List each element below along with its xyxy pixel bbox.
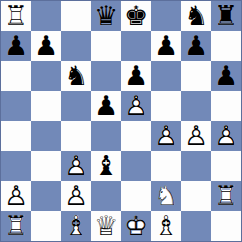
black-knight-glyph: ♞ [61,61,91,91]
piece-black-pawn[interactable]: ♟ [211,61,241,91]
square-h2[interactable]: ♜♖ [211,181,241,211]
square-d1[interactable]: ♛♕ [91,211,121,241]
square-b3[interactable] [31,151,61,181]
piece-white-pawn[interactable]: ♟♙ [181,121,211,151]
square-g8[interactable]: ♞ [181,1,211,31]
square-d2[interactable] [91,181,121,211]
square-c2[interactable]: ♟♙ [61,181,91,211]
white-rook-outline-glyph: ♖ [1,1,31,31]
chess-board-wrapper: ♜♖♛♚♞♜♟♟♟♟♞♟♟♟♟♙♟♙♟♙♟♙♟♙♝♟♙♟♙♞♘♜♖♜♖♝♗♛♕♚… [0,0,242,242]
square-d5[interactable]: ♟ [91,91,121,121]
black-pawn-glyph: ♟ [1,31,31,61]
piece-black-rook[interactable]: ♜ [211,1,241,31]
piece-black-pawn[interactable]: ♟ [121,61,151,91]
white-knight-outline-glyph: ♘ [151,181,181,211]
piece-black-bishop[interactable]: ♝ [91,151,121,181]
square-a6[interactable] [1,61,31,91]
square-e4[interactable] [121,121,151,151]
black-pawn-glyph: ♟ [181,31,211,61]
square-b1[interactable] [31,211,61,241]
square-g3[interactable] [181,151,211,181]
square-c1[interactable]: ♝♗ [61,211,91,241]
square-f3[interactable] [151,151,181,181]
piece-white-pawn[interactable]: ♟♙ [121,91,151,121]
square-b4[interactable] [31,121,61,151]
piece-white-rook[interactable]: ♜♖ [211,181,241,211]
square-g6[interactable] [181,61,211,91]
piece-black-pawn[interactable]: ♟ [1,31,31,61]
square-g4[interactable]: ♟♙ [181,121,211,151]
square-f2[interactable]: ♞♘ [151,181,181,211]
square-c6[interactable]: ♞ [61,61,91,91]
square-h7[interactable] [211,31,241,61]
square-a8[interactable]: ♜♖ [1,1,31,31]
square-e8[interactable]: ♚ [121,1,151,31]
black-pawn-glyph: ♟ [31,31,61,61]
square-h4[interactable]: ♟♙ [211,121,241,151]
square-f5[interactable] [151,91,181,121]
black-pawn-glyph: ♟ [91,91,121,121]
square-e1[interactable]: ♚♔ [121,211,151,241]
square-f1[interactable]: ♝♗ [151,211,181,241]
piece-white-pawn[interactable]: ♟♙ [151,121,181,151]
white-pawn-outline-glyph: ♙ [151,121,181,151]
square-d4[interactable] [91,121,121,151]
white-king-outline-glyph: ♔ [121,211,151,241]
square-b6[interactable] [31,61,61,91]
square-c7[interactable] [61,31,91,61]
piece-white-rook[interactable]: ♜♖ [1,211,31,241]
piece-white-pawn[interactable]: ♟♙ [1,181,31,211]
square-e3[interactable] [121,151,151,181]
square-a5[interactable] [1,91,31,121]
white-rook-outline-glyph: ♖ [1,211,31,241]
black-pawn-glyph: ♟ [151,31,181,61]
piece-white-rook[interactable]: ♜♖ [1,1,31,31]
square-c5[interactable] [61,91,91,121]
piece-black-knight[interactable]: ♞ [61,61,91,91]
piece-white-queen[interactable]: ♛♕ [91,211,121,241]
square-e6[interactable]: ♟ [121,61,151,91]
piece-black-knight[interactable]: ♞ [181,1,211,31]
black-queen-glyph: ♛ [91,1,121,31]
piece-white-pawn[interactable]: ♟♙ [211,121,241,151]
white-pawn-outline-glyph: ♙ [61,151,91,181]
piece-black-pawn[interactable]: ♟ [91,91,121,121]
piece-black-queen[interactable]: ♛ [91,1,121,31]
square-d6[interactable] [91,61,121,91]
white-pawn-outline-glyph: ♙ [61,181,91,211]
square-c3[interactable]: ♟♙ [61,151,91,181]
white-pawn-outline-glyph: ♙ [121,91,151,121]
piece-black-pawn[interactable]: ♟ [151,31,181,61]
square-d7[interactable] [91,31,121,61]
white-pawn-outline-glyph: ♙ [1,181,31,211]
piece-white-king[interactable]: ♚♔ [121,211,151,241]
black-knight-glyph: ♞ [181,1,211,31]
white-queen-outline-glyph: ♕ [91,211,121,241]
square-a4[interactable] [1,121,31,151]
square-a7[interactable]: ♟ [1,31,31,61]
chess-board: ♜♖♛♚♞♜♟♟♟♟♞♟♟♟♟♙♟♙♟♙♟♙♟♙♝♟♙♟♙♞♘♜♖♜♖♝♗♛♕♚… [0,0,242,242]
square-f4[interactable]: ♟♙ [151,121,181,151]
square-f8[interactable] [151,1,181,31]
square-f7[interactable]: ♟ [151,31,181,61]
black-bishop-glyph: ♝ [91,151,121,181]
black-king-glyph: ♚ [121,1,151,31]
square-h3[interactable] [211,151,241,181]
square-c8[interactable] [61,1,91,31]
square-h1[interactable] [211,211,241,241]
square-h6[interactable]: ♟ [211,61,241,91]
piece-white-pawn[interactable]: ♟♙ [61,181,91,211]
square-b8[interactable] [31,1,61,31]
piece-white-knight[interactable]: ♞♘ [151,181,181,211]
square-h5[interactable] [211,91,241,121]
piece-black-pawn[interactable]: ♟ [31,31,61,61]
piece-white-bishop[interactable]: ♝♗ [151,211,181,241]
square-f6[interactable] [151,61,181,91]
piece-black-king[interactable]: ♚ [121,1,151,31]
black-pawn-glyph: ♟ [211,61,241,91]
square-h8[interactable]: ♜ [211,1,241,31]
white-bishop-outline-glyph: ♗ [151,211,181,241]
square-g5[interactable] [181,91,211,121]
square-g2[interactable] [181,181,211,211]
piece-black-pawn[interactable]: ♟ [181,31,211,61]
white-pawn-outline-glyph: ♙ [211,121,241,151]
square-a3[interactable] [1,151,31,181]
square-d8[interactable]: ♛ [91,1,121,31]
square-a1[interactable]: ♜♖ [1,211,31,241]
black-rook-glyph: ♜ [211,1,241,31]
piece-white-bishop[interactable]: ♝♗ [61,211,91,241]
square-b5[interactable] [31,91,61,121]
white-rook-outline-glyph: ♖ [211,181,241,211]
white-bishop-outline-glyph: ♗ [61,211,91,241]
square-g1[interactable] [181,211,211,241]
square-e5[interactable]: ♟♙ [121,91,151,121]
square-c4[interactable] [61,121,91,151]
square-a2[interactable]: ♟♙ [1,181,31,211]
white-pawn-outline-glyph: ♙ [181,121,211,151]
square-e7[interactable] [121,31,151,61]
piece-white-pawn[interactable]: ♟♙ [61,151,91,181]
black-pawn-glyph: ♟ [121,61,151,91]
square-d3[interactable]: ♝ [91,151,121,181]
square-b2[interactable] [31,181,61,211]
square-b7[interactable]: ♟ [31,31,61,61]
square-e2[interactable] [121,181,151,211]
square-g7[interactable]: ♟ [181,31,211,61]
